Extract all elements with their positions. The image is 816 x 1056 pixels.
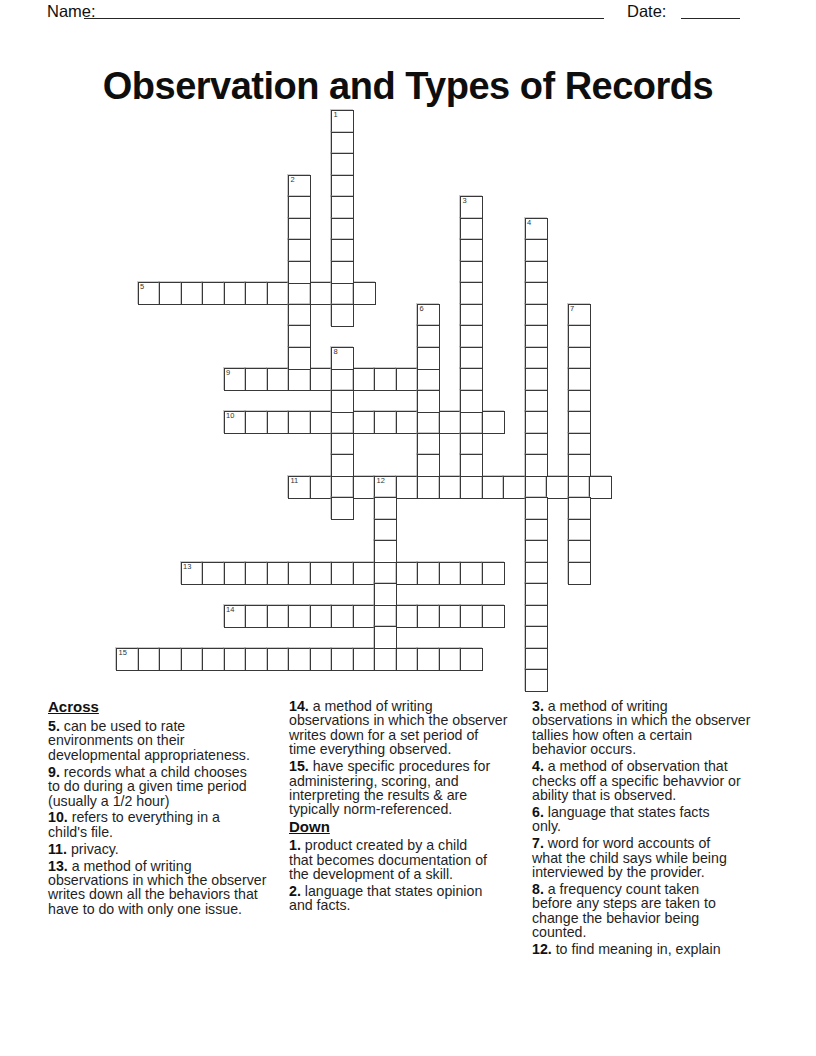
grid-cell[interactable] [331,648,354,671]
worksheet-title: Observation and Types of Records [0,65,816,108]
grid-cell[interactable] [288,347,311,370]
clue-down-2: 2. language that states opinion and fact… [289,884,531,913]
grid-cell[interactable] [331,175,354,198]
grid-cell[interactable] [288,411,311,434]
grid-cell[interactable] [353,562,376,585]
grid-cell[interactable] [288,261,311,284]
grid-cell[interactable] [417,433,440,456]
grid-cell[interactable] [568,433,591,456]
grid-cell[interactable] [224,648,247,671]
clue-down-4: 4. a method of observation that checks o… [532,759,770,802]
grid-cell[interactable] [460,433,483,456]
clue-column-middle: 14. a method of writing observations in … [289,699,531,915]
clue-number: 12 [377,477,385,485]
grid-cell[interactable] [288,648,311,671]
grid-cell[interactable]: 7 [568,304,591,327]
grid-cell[interactable] [310,605,333,628]
grid-cell[interactable] [525,325,548,348]
grid-cell[interactable] [310,368,333,391]
grid-cell[interactable] [374,411,397,434]
grid-cell[interactable]: 9 [224,368,247,391]
grid-cell[interactable] [460,325,483,348]
across-header: Across [48,699,286,715]
grid-cell[interactable] [288,304,311,327]
grid-cell[interactable] [525,540,548,563]
grid-cell[interactable] [353,368,376,391]
grid-cell[interactable] [396,368,419,391]
grid-cell[interactable] [460,368,483,391]
clue-text: a method of writing observations in whic… [532,698,750,757]
clue-number: 13 [183,563,191,571]
grid-cell[interactable]: 4 [525,218,548,241]
grid-cell[interactable] [331,304,354,327]
clue-text: a frequency count taken before any steps… [532,881,716,940]
grid-cell[interactable] [417,476,440,499]
grid-cell[interactable] [525,605,548,628]
clue-text: to find meaning in, explain [552,941,721,957]
grid-cell[interactable] [331,368,354,391]
grid-cell[interactable] [331,476,354,499]
grid-cell[interactable] [331,411,354,434]
grid-cell[interactable] [353,648,376,671]
clue-number: 1 [334,111,338,119]
grid-cell[interactable]: 15 [116,648,139,671]
grid-cell[interactable] [374,626,397,649]
grid-cell[interactable] [374,562,397,585]
grid-cell[interactable] [460,476,483,499]
grid-cell[interactable] [331,497,354,520]
grid-cell[interactable] [374,583,397,606]
grid-cell[interactable] [568,454,591,477]
grid-cell[interactable] [439,411,462,434]
grid-cell[interactable] [288,605,311,628]
grid-cell[interactable] [331,433,354,456]
clue-text: can be used to rate environments on thei… [48,718,250,763]
grid-cell[interactable] [353,411,376,434]
grid-cell[interactable] [439,648,462,671]
grid-cell[interactable] [417,390,440,413]
grid-cell[interactable] [267,562,290,585]
grid-cell[interactable] [417,325,440,348]
grid-cell[interactable] [439,562,462,585]
grid-cell[interactable] [525,669,548,692]
grid-cell[interactable] [460,218,483,241]
grid-cell[interactable] [525,411,548,434]
clue-down-6: 6. language that states facts only. [532,805,770,834]
grid-cell[interactable] [245,282,268,305]
grid-cell[interactable] [568,390,591,413]
grid-cell[interactable] [460,562,483,585]
grid-cell[interactable] [202,282,225,305]
crossword-grid: 591011121314151234678 [116,110,612,692]
clue-column-down: 3. a method of writing observations in w… [532,699,770,959]
grid-cell[interactable] [374,497,397,520]
grid-cell[interactable] [525,519,548,542]
grid-cell[interactable] [310,648,333,671]
grid-cell[interactable]: 8 [331,347,354,370]
grid-cell[interactable] [310,562,333,585]
grid-cell[interactable] [460,605,483,628]
clue-number-label: 11. [48,841,67,857]
grid-cell[interactable] [331,390,354,413]
down-header: Down [289,819,531,835]
grid-cell[interactable] [331,454,354,477]
grid-cell[interactable] [525,562,548,585]
grid-cell[interactable] [245,648,268,671]
date-input-line[interactable] [681,3,740,19]
clue-text: a method of writing observations in whic… [289,698,507,757]
grid-cell[interactable] [159,648,182,671]
grid-cell[interactable] [568,519,591,542]
grid-cell[interactable] [460,648,483,671]
grid-cell[interactable] [353,282,376,305]
grid-cell[interactable] [589,476,612,499]
clue-number: 14 [226,606,234,614]
clue-across-10: 10. refers to everything in a child's fi… [48,810,286,839]
grid-cell[interactable] [482,476,505,499]
grid-cell[interactable] [568,347,591,370]
grid-cell[interactable] [267,282,290,305]
grid-cell[interactable] [417,411,440,434]
clue-number: 5 [140,283,144,291]
grid-cell[interactable] [288,196,311,219]
clue-down-1: 1. product created by a child that becom… [289,838,531,881]
clue-number: 8 [334,348,338,356]
clue-across-9: 9. records what a child chooses to do du… [48,765,286,808]
grid-cell[interactable] [331,562,354,585]
grid-cell[interactable] [482,562,505,585]
grid-cell[interactable] [267,368,290,391]
grid-cell[interactable] [568,562,591,585]
grid-cell[interactable] [374,368,397,391]
grid-cell[interactable]: 10 [224,411,247,434]
clue-number: 4 [527,219,531,227]
grid-cell[interactable] [202,648,225,671]
clue-down-12: 12. to find meaning in, explain [532,942,770,956]
grid-cell[interactable] [374,648,397,671]
grid-cell[interactable] [224,282,247,305]
grid-cell[interactable] [396,562,419,585]
grid-cell[interactable] [396,605,419,628]
grid-cell[interactable] [568,497,591,520]
clue-across-13: 13. a method of writing observations in … [48,859,286,917]
clue-across-11: 11. privacy. [48,842,286,856]
grid-cell[interactable] [267,411,290,434]
grid-cell[interactable] [439,605,462,628]
grid-cell[interactable] [482,411,505,434]
grid-cell[interactable] [181,282,204,305]
grid-cell[interactable] [568,476,591,499]
grid-cell[interactable] [460,304,483,327]
clue-down-3: 3. a method of writing observations in w… [532,699,770,757]
grid-cell[interactable] [181,648,204,671]
grid-cell[interactable]: 12 [374,476,397,499]
clue-down-7: 7. word for word accounts of what the ch… [532,836,770,879]
grid-cell[interactable] [525,433,548,456]
grid-cell[interactable] [568,411,591,434]
grid-cell[interactable] [568,368,591,391]
name-input-line[interactable] [84,3,604,19]
grid-cell[interactable] [460,454,483,477]
grid-cell[interactable] [138,648,161,671]
grid-cell[interactable] [525,282,548,305]
grid-cell[interactable] [245,411,268,434]
grid-cell[interactable] [331,239,354,262]
clue-number: 11 [291,477,299,485]
grid-cell[interactable] [245,562,268,585]
grid-cell[interactable] [396,411,419,434]
clue-number: 6 [420,305,424,313]
grid-cell[interactable] [245,368,268,391]
grid-cell[interactable] [568,325,591,348]
grid-cell[interactable] [331,282,354,305]
grid-cell[interactable] [396,648,419,671]
grid-cell[interactable] [267,605,290,628]
grid-cell[interactable] [288,239,311,262]
grid-cell[interactable] [525,347,548,370]
grid-cell[interactable] [417,562,440,585]
grid-cell[interactable] [245,605,268,628]
grid-cell[interactable] [331,196,354,219]
grid-cell[interactable] [525,497,548,520]
grid-cell[interactable] [374,519,397,542]
clue-number: 7 [570,305,574,313]
clue-text: privacy. [67,841,119,857]
grid-cell[interactable] [202,562,225,585]
grid-cell[interactable] [288,218,311,241]
grid-cell[interactable] [417,648,440,671]
worksheet-page: Name: Date: Observation and Types of Rec… [0,0,816,1056]
grid-cell[interactable]: 6 [417,304,440,327]
grid-cell[interactable] [224,562,247,585]
grid-cell[interactable] [288,562,311,585]
grid-cell[interactable] [460,347,483,370]
grid-cell[interactable] [568,540,591,563]
grid-cell[interactable] [439,476,462,499]
grid-cell[interactable] [353,476,376,499]
grid-cell[interactable] [159,282,182,305]
grid-cell[interactable] [417,347,440,370]
grid-cell[interactable] [525,304,548,327]
clue-number: 9 [226,369,230,377]
grid-cell[interactable] [503,476,526,499]
grid-cell[interactable] [396,476,419,499]
grid-cell[interactable] [525,261,548,284]
grid-cell[interactable] [353,605,376,628]
grid-cell[interactable]: 1 [331,110,354,133]
grid-cell[interactable] [331,605,354,628]
clue-down-8: 8. a frequency count taken before any st… [532,882,770,940]
grid-cell[interactable] [331,218,354,241]
grid-cell[interactable] [482,605,505,628]
clue-across-15: 15. have specific procedures for adminis… [289,759,531,817]
grid-cell[interactable] [310,282,333,305]
clue-text: refers to everything in a child's file. [48,809,220,839]
grid-cell[interactable] [525,626,548,649]
clue-across-5: 5. can be used to rate environments on t… [48,719,286,762]
clue-text: records what a child chooses to do durin… [48,764,247,809]
clue-number-label: 12. [532,941,552,957]
grid-cell[interactable] [310,411,333,434]
clue-text: language that states facts only. [532,804,709,834]
grid-cell[interactable] [288,325,311,348]
grid-cell[interactable] [525,239,548,262]
clue-text: have specific procedures for administeri… [289,758,490,817]
grid-cell[interactable] [460,411,483,434]
grid-cell[interactable] [417,368,440,391]
grid-cell[interactable] [525,648,548,671]
grid-cell[interactable]: 2 [288,175,311,198]
clue-number: 2 [291,176,295,184]
grid-cell[interactable] [525,390,548,413]
clue-number: 15 [119,649,127,657]
date-label: Date: [627,3,666,20]
grid-cell[interactable]: 14 [224,605,247,628]
grid-cell[interactable] [288,282,311,305]
grid-cell[interactable] [525,368,548,391]
clue-text: word for word accounts of what the child… [532,835,727,880]
grid-cell[interactable] [267,648,290,671]
grid-cell[interactable] [374,540,397,563]
grid-cell[interactable] [460,239,483,262]
grid-cell[interactable] [331,153,354,176]
clue-number: 3 [463,197,467,205]
grid-cell[interactable] [331,132,354,155]
grid-cell[interactable] [310,476,333,499]
clue-text: language that states opinion and facts. [289,883,482,913]
grid-cell[interactable] [546,476,569,499]
grid-cell[interactable] [417,605,440,628]
grid-cell[interactable]: 3 [460,196,483,219]
grid-cell[interactable]: 13 [181,562,204,585]
grid-cell[interactable] [331,261,354,284]
grid-cell[interactable] [417,454,440,477]
grid-cell[interactable] [460,261,483,284]
clue-column-across: Across 5. can be used to rate environmen… [48,699,286,919]
grid-cell[interactable] [460,282,483,305]
clue-text: a method of writing observations in whic… [48,858,266,917]
grid-cell[interactable] [525,583,548,606]
grid-cell[interactable] [374,605,397,628]
grid-cell[interactable] [525,454,548,477]
clue-across-14: 14. a method of writing observations in … [289,699,531,757]
clue-text: product created by a child that becomes … [289,837,487,882]
grid-cell[interactable] [525,476,548,499]
grid-cell[interactable]: 11 [288,476,311,499]
clue-number: 10 [226,412,234,420]
grid-cell[interactable] [460,390,483,413]
grid-cell[interactable] [288,368,311,391]
grid-cell[interactable]: 5 [138,282,161,305]
clue-text: a method of observation that checks off … [532,758,741,803]
